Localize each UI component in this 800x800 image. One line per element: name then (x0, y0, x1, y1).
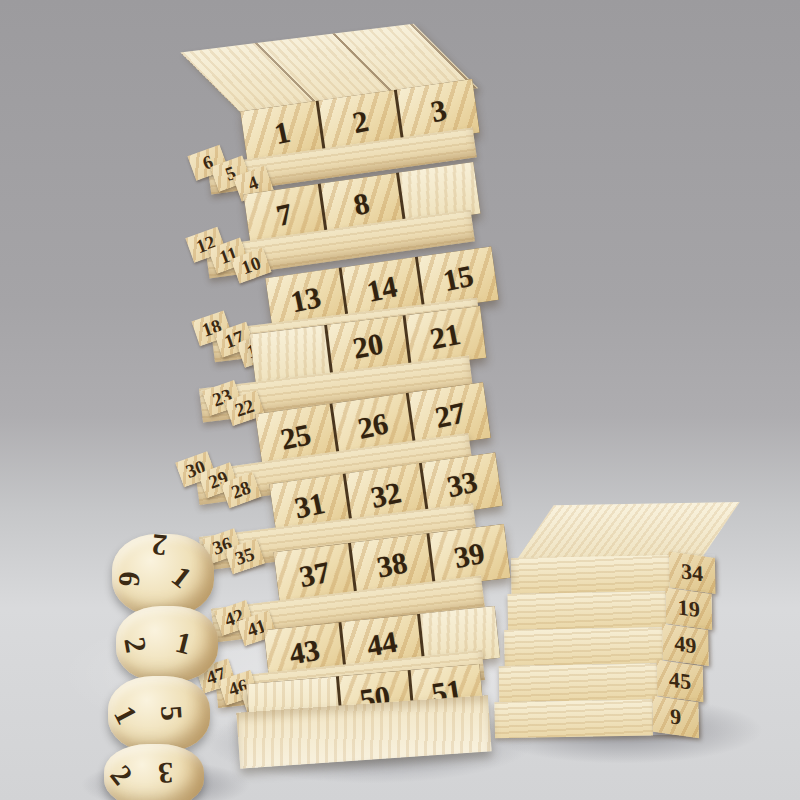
product-photo-scene: 34 19 49 45 9 1 2 3 6 5 4 (0, 0, 800, 800)
plank-end-number: 49 (674, 630, 697, 659)
block-number: 3 (427, 93, 449, 129)
plank-end-number: 45 (669, 666, 692, 695)
die-face-number: 3 (157, 756, 173, 791)
block-number: 20 (350, 326, 386, 365)
plank-face (507, 591, 666, 630)
die-face-number: 2 (103, 759, 139, 792)
block-number: 8 (351, 186, 373, 222)
plank-face (499, 663, 658, 702)
stack-top-face (517, 502, 740, 560)
die-face-number: 6 (112, 570, 147, 588)
block-number: 15 (440, 259, 476, 298)
block-number: 32 (368, 475, 404, 514)
plank-end-face: 49 (662, 624, 709, 666)
plank-end-number: 19 (678, 594, 701, 623)
plank-row: 45 (499, 663, 704, 703)
block-number: 27 (432, 395, 468, 434)
plank-row: 9 (494, 699, 699, 739)
plank-row: 49 (504, 626, 709, 666)
plank-row: 19 (507, 590, 712, 630)
block-end-number: 35 (232, 543, 257, 570)
plank-face (504, 627, 663, 666)
block-number: 38 (374, 545, 410, 584)
block-number: 25 (278, 417, 314, 456)
block-number: 31 (292, 486, 328, 525)
plank-face (511, 555, 670, 594)
die-face-number: 1 (107, 700, 144, 729)
die: 1 5 (108, 676, 210, 752)
block-number: 33 (444, 465, 480, 504)
block-number: 2 (349, 104, 371, 140)
plank-row: 34 (511, 554, 716, 594)
block-number: 21 (428, 317, 464, 356)
die: 2 3 (104, 744, 204, 800)
die: 2 1 (116, 606, 218, 682)
plank-end-number: 34 (681, 558, 704, 587)
plank-end-face: 34 (669, 552, 716, 594)
die-face-number: 1 (172, 625, 195, 662)
die-face-number: 2 (150, 527, 168, 562)
spare-blocks-stack: 34 19 49 45 9 (494, 496, 748, 750)
plank-end-face: 19 (665, 588, 712, 630)
block-end-number: 28 (228, 477, 253, 504)
block-number: 13 (288, 280, 324, 319)
plank-end-face: 45 (657, 660, 704, 702)
block-end-number: 22 (232, 395, 257, 422)
die-face-number: 2 (117, 635, 153, 656)
block-number: 37 (296, 555, 332, 594)
block-number: 43 (286, 633, 321, 672)
block-number: 14 (364, 269, 400, 308)
block-number: 26 (355, 406, 391, 445)
plank-end-number: 9 (670, 703, 681, 731)
die-face-number: 1 (165, 559, 198, 595)
block-number: 7 (274, 197, 296, 233)
plank-face (494, 699, 653, 738)
die: 2 6 1 (112, 534, 214, 616)
die-face-number: 5 (154, 704, 189, 721)
plank-end-face: 9 (652, 696, 699, 738)
block-number: 39 (452, 536, 488, 575)
block-end-number: 10 (238, 252, 263, 279)
block-number: 44 (364, 625, 399, 664)
block-number: 1 (271, 115, 293, 151)
